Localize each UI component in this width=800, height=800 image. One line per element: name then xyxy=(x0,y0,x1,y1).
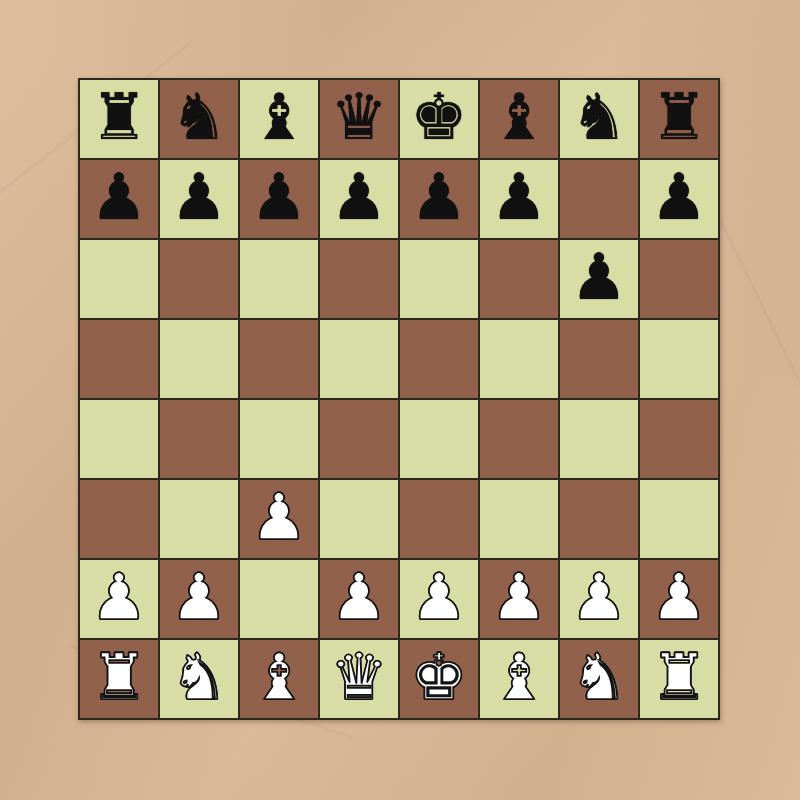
piece-white-rook[interactable]: ♜ xyxy=(90,638,147,716)
piece-white-king[interactable]: ♚ xyxy=(410,638,467,716)
piece-black-pawn[interactable]: ♟ xyxy=(570,238,627,316)
square-b5[interactable] xyxy=(160,320,238,398)
piece-white-pawn[interactable]: ♟ xyxy=(330,558,387,636)
square-d5[interactable] xyxy=(320,320,398,398)
square-f3[interactable] xyxy=(480,480,558,558)
piece-black-rook[interactable]: ♜ xyxy=(650,78,707,156)
square-a1[interactable]: ♜ xyxy=(80,640,158,718)
square-f6[interactable] xyxy=(480,240,558,318)
piece-white-knight[interactable]: ♞ xyxy=(170,638,227,716)
square-h5[interactable] xyxy=(640,320,718,398)
square-f2[interactable]: ♟ xyxy=(480,560,558,638)
square-c7[interactable]: ♟ xyxy=(240,160,318,238)
square-d1[interactable]: ♛ xyxy=(320,640,398,718)
piece-black-pawn[interactable]: ♟ xyxy=(170,158,227,236)
square-a5[interactable] xyxy=(80,320,158,398)
square-g8[interactable]: ♞ xyxy=(560,80,638,158)
square-b4[interactable] xyxy=(160,400,238,478)
square-e1[interactable]: ♚ xyxy=(400,640,478,718)
square-g5[interactable] xyxy=(560,320,638,398)
chess-board: ♜♞♝♛♚♝♞♜♟♟♟♟♟♟♟♟♟♟♟♟♟♟♟♟♜♞♝♛♚♝♞♜ xyxy=(78,78,720,720)
square-h2[interactable]: ♟ xyxy=(640,560,718,638)
square-h6[interactable] xyxy=(640,240,718,318)
square-g1[interactable]: ♞ xyxy=(560,640,638,718)
square-b2[interactable]: ♟ xyxy=(160,560,238,638)
piece-white-pawn[interactable]: ♟ xyxy=(650,558,707,636)
square-g6[interactable]: ♟ xyxy=(560,240,638,318)
square-d7[interactable]: ♟ xyxy=(320,160,398,238)
piece-white-pawn[interactable]: ♟ xyxy=(490,558,547,636)
piece-black-bishop[interactable]: ♝ xyxy=(490,78,547,156)
square-h3[interactable] xyxy=(640,480,718,558)
piece-black-knight[interactable]: ♞ xyxy=(570,78,627,156)
piece-white-bishop[interactable]: ♝ xyxy=(490,638,547,716)
piece-white-pawn[interactable]: ♟ xyxy=(410,558,467,636)
square-e2[interactable]: ♟ xyxy=(400,560,478,638)
square-b6[interactable] xyxy=(160,240,238,318)
square-f8[interactable]: ♝ xyxy=(480,80,558,158)
square-e6[interactable] xyxy=(400,240,478,318)
piece-white-rook[interactable]: ♜ xyxy=(650,638,707,716)
square-g4[interactable] xyxy=(560,400,638,478)
square-a3[interactable] xyxy=(80,480,158,558)
piece-black-king[interactable]: ♚ xyxy=(410,78,467,156)
piece-white-pawn[interactable]: ♟ xyxy=(90,558,147,636)
piece-white-bishop[interactable]: ♝ xyxy=(250,638,307,716)
piece-black-queen[interactable]: ♛ xyxy=(330,78,387,156)
square-g7[interactable] xyxy=(560,160,638,238)
square-b3[interactable] xyxy=(160,480,238,558)
square-c4[interactable] xyxy=(240,400,318,478)
square-a4[interactable] xyxy=(80,400,158,478)
piece-black-rook[interactable]: ♜ xyxy=(90,78,147,156)
square-d2[interactable]: ♟ xyxy=(320,560,398,638)
square-a7[interactable]: ♟ xyxy=(80,160,158,238)
piece-white-queen[interactable]: ♛ xyxy=(330,638,387,716)
piece-black-pawn[interactable]: ♟ xyxy=(90,158,147,236)
piece-black-pawn[interactable]: ♟ xyxy=(490,158,547,236)
piece-black-pawn[interactable]: ♟ xyxy=(250,158,307,236)
square-c5[interactable] xyxy=(240,320,318,398)
piece-black-bishop[interactable]: ♝ xyxy=(250,78,307,156)
square-e5[interactable] xyxy=(400,320,478,398)
square-d4[interactable] xyxy=(320,400,398,478)
square-d8[interactable]: ♛ xyxy=(320,80,398,158)
piece-black-knight[interactable]: ♞ xyxy=(170,78,227,156)
square-b1[interactable]: ♞ xyxy=(160,640,238,718)
square-c1[interactable]: ♝ xyxy=(240,640,318,718)
square-h4[interactable] xyxy=(640,400,718,478)
square-c6[interactable] xyxy=(240,240,318,318)
square-g3[interactable] xyxy=(560,480,638,558)
square-f7[interactable]: ♟ xyxy=(480,160,558,238)
piece-black-pawn[interactable]: ♟ xyxy=(410,158,467,236)
square-c2[interactable] xyxy=(240,560,318,638)
square-d6[interactable] xyxy=(320,240,398,318)
square-c8[interactable]: ♝ xyxy=(240,80,318,158)
square-a2[interactable]: ♟ xyxy=(80,560,158,638)
square-e8[interactable]: ♚ xyxy=(400,80,478,158)
square-b8[interactable]: ♞ xyxy=(160,80,238,158)
piece-white-pawn[interactable]: ♟ xyxy=(170,558,227,636)
square-e7[interactable]: ♟ xyxy=(400,160,478,238)
square-f5[interactable] xyxy=(480,320,558,398)
square-f1[interactable]: ♝ xyxy=(480,640,558,718)
square-e3[interactable] xyxy=(400,480,478,558)
square-h8[interactable]: ♜ xyxy=(640,80,718,158)
piece-white-pawn[interactable]: ♟ xyxy=(250,478,307,556)
square-a6[interactable] xyxy=(80,240,158,318)
square-b7[interactable]: ♟ xyxy=(160,160,238,238)
piece-white-pawn[interactable]: ♟ xyxy=(570,558,627,636)
square-d3[interactable] xyxy=(320,480,398,558)
square-e4[interactable] xyxy=(400,400,478,478)
square-h1[interactable]: ♜ xyxy=(640,640,718,718)
square-f4[interactable] xyxy=(480,400,558,478)
square-c3[interactable]: ♟ xyxy=(240,480,318,558)
piece-black-pawn[interactable]: ♟ xyxy=(330,158,387,236)
square-g2[interactable]: ♟ xyxy=(560,560,638,638)
square-h7[interactable]: ♟ xyxy=(640,160,718,238)
piece-white-knight[interactable]: ♞ xyxy=(570,638,627,716)
page-background: ♜♞♝♛♚♝♞♜♟♟♟♟♟♟♟♟♟♟♟♟♟♟♟♟♜♞♝♛♚♝♞♜ xyxy=(0,0,800,800)
piece-black-pawn[interactable]: ♟ xyxy=(650,158,707,236)
square-a8[interactable]: ♜ xyxy=(80,80,158,158)
